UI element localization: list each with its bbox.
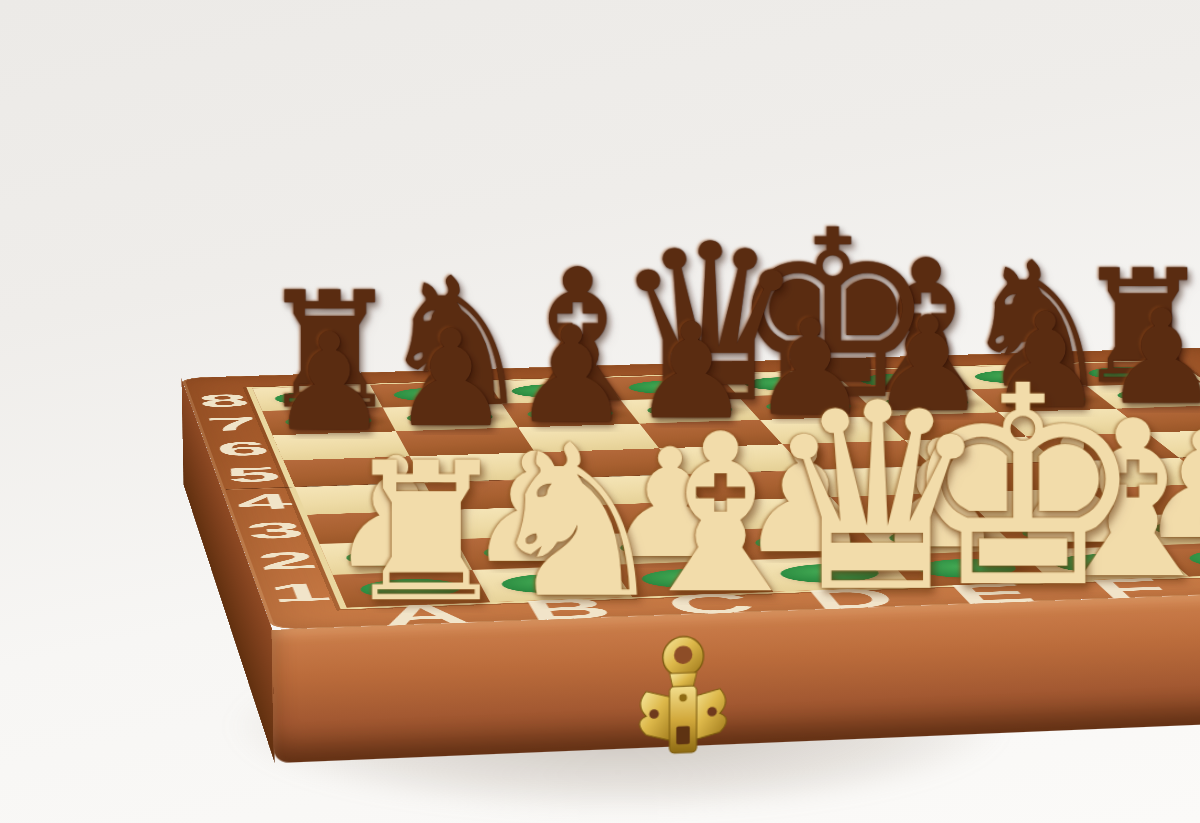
square-a1[interactable]: ♜ <box>333 570 490 608</box>
brass-latch-icon[interactable] <box>625 628 741 777</box>
photo-scene: ♜♞♝♛♚♝♞♜♟♟♟♟♟♟♟♟♟♟♟♟♟♟♟♟♜♞♝♛♚♝♞♜ 8765432… <box>0 0 1200 823</box>
board-field: ♜♞♝♛♚♝♞♜♟♟♟♟♟♟♟♟♟♟♟♟♟♟♟♟♜♞♝♛♚♝♞♜ <box>252 361 1200 608</box>
rank-label-2: 2 <box>242 544 332 578</box>
rank-label-1: 1 <box>254 575 347 611</box>
rank-label-4: 4 <box>222 487 307 517</box>
rank-label-3: 3 <box>232 515 320 547</box>
chess-board-box: ♜♞♝♛♚♝♞♜♟♟♟♟♟♟♟♟♟♟♟♟♟♟♟♟♜♞♝♛♚♝♞♜ 8765432… <box>181 347 1200 630</box>
rank-label-7: 7 <box>194 411 272 437</box>
rank-label-6: 6 <box>203 435 284 463</box>
rank-label-8: 8 <box>186 388 262 413</box>
rank-label-5: 5 <box>212 460 295 489</box>
box-front-face <box>271 581 1200 763</box>
